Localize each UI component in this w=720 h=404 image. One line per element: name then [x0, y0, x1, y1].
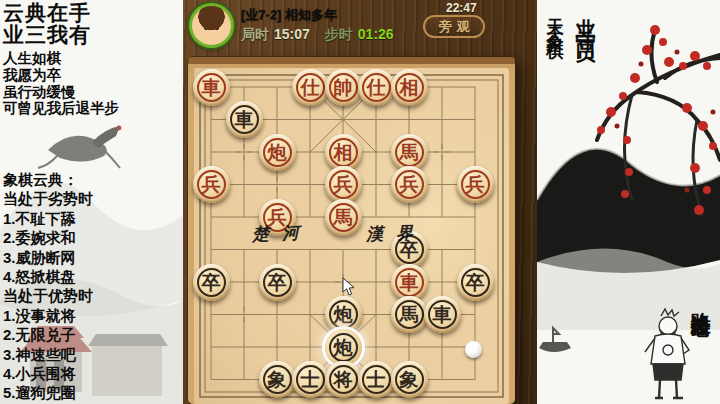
xiangqi-piece-black[interactable]: 士	[292, 361, 329, 398]
xiangqi-piece-red[interactable]: 帥	[325, 69, 362, 106]
list-item: 4.怒掀棋盘	[3, 267, 93, 286]
xiangqi-piece-black[interactable]: 馬	[391, 296, 428, 333]
poem-line: 人生如棋	[3, 50, 119, 67]
chess-cloud-list: 象棋云典： 当处于劣势时 1.不耻下舔 2.委婉求和 3.威胁断网 4.怒掀棋盘…	[3, 170, 93, 404]
xiangqi-piece-red[interactable]: 兵	[325, 166, 362, 203]
xiangqi-piece-black[interactable]: 炮	[325, 296, 362, 333]
crane-icon	[38, 126, 121, 168]
left-panel-poem: 人生如棋 我愿为卒 虽行动缓慢 可曾见我后退半步	[3, 50, 119, 117]
poem-line: 我愿为卒	[3, 67, 119, 84]
title-line: 云典在手	[3, 2, 91, 24]
xiangqi-piece-black[interactable]: 卒	[259, 264, 296, 301]
poem-line: 虽行动缓慢	[3, 84, 119, 101]
xiangqi-piece-black[interactable]: 象	[259, 361, 296, 398]
list-item: 4.小兵围将	[3, 364, 93, 383]
xiangqi-piece-black[interactable]: 車	[226, 101, 263, 138]
river-label-left: 楚河	[252, 221, 313, 246]
xiangqi-piece-red[interactable]: 兵	[391, 166, 428, 203]
list-title: 象棋云典：	[3, 170, 93, 189]
xiangqi-piece-black[interactable]: 士	[358, 361, 395, 398]
spectate-button[interactable]: 旁观	[423, 15, 485, 38]
list-item: 1.没事就将	[3, 306, 93, 325]
xiangqi-piece-black[interactable]: 車	[424, 296, 461, 333]
move-time-label: 步时	[325, 26, 353, 44]
xiangqi-piece-black[interactable]: 象	[391, 361, 428, 398]
xiangqi-piece-red[interactable]: 車	[193, 69, 230, 106]
xiangqi-piece-red[interactable]: 相	[391, 69, 428, 106]
player-name: [业7-2] 相知多年	[241, 6, 337, 24]
player-avatar[interactable]	[189, 3, 234, 48]
list-item: 2.无限兑子	[3, 325, 93, 344]
list-item: 3.威胁断网	[3, 248, 93, 267]
xiangqi-piece-red[interactable]: 兵	[457, 166, 494, 203]
arrow-cursor-icon	[342, 277, 356, 297]
app-screen: [业7-2] 相知多年 局时 15:07 步时 01:26 22:47 旁观 楚…	[0, 0, 720, 404]
xiangqi-board[interactable]: 楚河 漢界 車仕帥仕相車炮相馬兵兵兵兵兵馬卒卒卒車卒炮馬車炮象士将士象	[188, 57, 515, 404]
poem-line: 可曾见我后退半步	[3, 100, 119, 117]
list-item: 当处于优势时	[3, 286, 93, 305]
move-time-value: 01:26	[358, 26, 394, 42]
xiangqi-piece-black[interactable]: 将	[325, 361, 362, 398]
xiangqi-piece-red[interactable]: 炮	[259, 134, 296, 171]
system-clock: 22:47	[446, 1, 477, 15]
xiangqi-piece-red[interactable]: 兵	[193, 166, 230, 203]
xiangqi-piece-red[interactable]: 仕	[358, 69, 395, 106]
xiangqi-piece-red[interactable]: 車	[391, 264, 428, 301]
xiangqi-piece-black[interactable]: 卒	[457, 264, 494, 301]
list-item: 2.委婉求和	[3, 228, 93, 247]
white-ball-indicator	[465, 341, 482, 358]
left-panel-title: 云典在手 业三我有	[3, 2, 91, 46]
game-time-value: 15:07	[274, 26, 310, 42]
xiangqi-piece-red[interactable]: 相	[325, 134, 362, 171]
timers: 局时 15:07 步时 01:26	[241, 26, 394, 44]
xiangqi-piece-black[interactable]: 炮	[325, 329, 362, 366]
right-scroll-panel: 天天象棋 业三守门员 路边摊老云	[537, 0, 720, 404]
xiangqi-piece-black[interactable]: 卒	[193, 264, 230, 301]
list-item: 3.神速些吧	[3, 345, 93, 364]
list-item: 5.遛狗兜圈	[3, 383, 93, 402]
boat-icon	[539, 328, 571, 352]
xiangqi-piece-red[interactable]: 仕	[292, 69, 329, 106]
title-line: 业三我有	[3, 24, 91, 46]
game-time-label: 局时	[241, 26, 269, 44]
left-scroll-panel: 云典在手 业三我有 人生如棋 我愿为卒 虽行动缓慢 可曾见我后退半步 象棋云典：…	[0, 0, 183, 404]
xiangqi-piece-red[interactable]: 馬	[391, 134, 428, 171]
river-label-right: 漢界	[366, 221, 427, 246]
list-item: 当处于劣势时	[3, 189, 93, 208]
right-vertical-text-rank: 业三守门员	[573, 3, 600, 163]
xiangqi-piece-red[interactable]: 馬	[325, 199, 362, 236]
right-bottom-caption: 路边摊老云	[688, 296, 715, 404]
right-vertical-text-app: 天天象棋	[543, 4, 567, 154]
list-item: 1.不耻下舔	[3, 209, 93, 228]
